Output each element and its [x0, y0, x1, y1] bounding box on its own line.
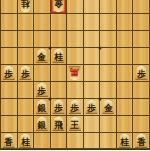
- square-r7c3[interactable]: 銀: [34, 99, 51, 116]
- square-r7c4[interactable]: 歩: [51, 99, 68, 116]
- square-r1c8[interactable]: [117, 0, 134, 14]
- piece-glyph: 香: [137, 136, 146, 148]
- square-r4c1[interactable]: [1, 48, 18, 65]
- square-r2c6[interactable]: [84, 14, 101, 31]
- square-r1c6[interactable]: [84, 0, 101, 14]
- piece-glyph: 銀: [38, 102, 47, 114]
- shogi-piece-sente-pawn[interactable]: 歩: [2, 66, 15, 81]
- square-r7c2[interactable]: [18, 99, 35, 116]
- square-r8c4[interactable]: 飛: [51, 116, 68, 133]
- shogi-piece-sente-lance[interactable]: 香: [135, 134, 148, 149]
- piece-glyph: 歩: [21, 68, 30, 80]
- shogi-piece-sente-pawn[interactable]: 歩: [19, 66, 32, 81]
- square-r8c1[interactable]: [1, 116, 18, 133]
- piece-glyph: 飛: [54, 119, 63, 131]
- hoshi-dot: [49, 47, 52, 50]
- square-r8c8[interactable]: [117, 116, 134, 133]
- square-r8c9[interactable]: [133, 116, 150, 133]
- square-r3c6[interactable]: [84, 31, 101, 48]
- shogi-board: 桂金金桂歩歩馬歩歩銀歩歩歩金銀飛王香桂桂香: [0, 0, 150, 150]
- square-r6c2[interactable]: [18, 82, 35, 99]
- shogi-piece-sente-pawn[interactable]: 歩: [85, 100, 98, 115]
- shogi-piece-sente-knight[interactable]: 桂: [52, 49, 65, 64]
- square-r6c8[interactable]: [117, 82, 134, 99]
- square-r7c6[interactable]: 歩: [84, 99, 101, 116]
- square-r4c4[interactable]: 桂: [51, 48, 68, 65]
- shogi-piece-sente-pawn[interactable]: 歩: [68, 100, 81, 115]
- piece-glyph: 銀: [38, 119, 47, 131]
- shogi-piece-sente-pawn[interactable]: 歩: [135, 66, 148, 81]
- board-bottom-edge: [0, 148, 150, 151]
- square-r2c8[interactable]: [117, 14, 134, 31]
- piece-glyph: 歩: [4, 68, 13, 80]
- piece-glyph: 桂: [21, 0, 30, 10]
- shogi-piece-sente-pawn[interactable]: 歩: [35, 83, 48, 98]
- square-r6c1[interactable]: [1, 82, 18, 99]
- piece-glyph: 金: [38, 51, 47, 63]
- shogi-piece-sente-knight[interactable]: 桂: [118, 134, 131, 149]
- piece-glyph: 歩: [137, 68, 146, 80]
- shogi-piece-sente-pawn[interactable]: 歩: [52, 100, 65, 115]
- shogi-piece-sente-knight[interactable]: 桂: [19, 134, 32, 149]
- shogi-piece-sente-gold[interactable]: 金: [102, 100, 115, 115]
- square-r4c9[interactable]: [133, 48, 150, 65]
- square-r4c7[interactable]: [100, 48, 117, 65]
- shogi-piece-sente-silver[interactable]: 銀: [35, 117, 48, 132]
- square-r2c7[interactable]: [100, 14, 117, 31]
- square-r7c5[interactable]: 歩: [67, 99, 84, 116]
- square-r5c5[interactable]: 馬: [67, 65, 84, 82]
- square-r7c9[interactable]: [133, 99, 150, 116]
- square-r3c1[interactable]: [1, 31, 18, 48]
- shogi-piece-gote-knight[interactable]: 桂: [19, 0, 32, 12]
- square-r3c7[interactable]: [100, 31, 117, 48]
- square-r5c1[interactable]: 歩: [1, 65, 18, 82]
- square-r7c8[interactable]: [117, 99, 134, 116]
- square-r1c9[interactable]: [133, 0, 150, 14]
- square-r1c4[interactable]: 金: [51, 0, 68, 14]
- square-r2c1[interactable]: [1, 14, 18, 31]
- square-r2c3[interactable]: [34, 14, 51, 31]
- piece-glyph: 歩: [38, 85, 47, 97]
- piece-glyph: 馬: [71, 66, 80, 78]
- square-r1c7[interactable]: [100, 0, 117, 14]
- piece-glyph: 金: [104, 102, 113, 114]
- square-r5c4[interactable]: [51, 65, 68, 82]
- piece-glyph: 桂: [21, 136, 30, 148]
- square-r4c6[interactable]: [84, 48, 101, 65]
- piece-glyph: 歩: [54, 102, 63, 114]
- hoshi-dot: [99, 47, 102, 50]
- square-r2c2[interactable]: [18, 14, 35, 31]
- square-r3c9[interactable]: [133, 31, 150, 48]
- square-r2c4[interactable]: [51, 14, 68, 31]
- square-r6c5[interactable]: [67, 82, 84, 99]
- square-r6c7[interactable]: [100, 82, 117, 99]
- square-r5c2[interactable]: 歩: [18, 65, 35, 82]
- piece-glyph: 歩: [71, 102, 80, 114]
- square-r4c3[interactable]: 金: [34, 48, 51, 65]
- square-r1c3[interactable]: [34, 0, 51, 14]
- square-r8c7[interactable]: [100, 116, 117, 133]
- square-r4c5[interactable]: [67, 48, 84, 65]
- shogi-piece-gote-promoted-bishop-horse[interactable]: 馬: [68, 66, 81, 81]
- square-r6c4[interactable]: [51, 82, 68, 99]
- piece-glyph: 歩: [87, 102, 96, 114]
- piece-glyph: 金: [54, 0, 63, 10]
- square-r1c2[interactable]: 桂: [18, 0, 35, 14]
- shogi-piece-gote-gold[interactable]: 金: [52, 0, 65, 12]
- square-r3c8[interactable]: [117, 31, 134, 48]
- shogi-piece-sente-rook[interactable]: 飛: [52, 117, 65, 132]
- square-r3c5[interactable]: [67, 31, 84, 48]
- square-r6c6[interactable]: [84, 82, 101, 99]
- square-r6c3[interactable]: 歩: [34, 82, 51, 99]
- square-r5c7[interactable]: [100, 65, 117, 82]
- square-r8c6[interactable]: [84, 116, 101, 133]
- square-r4c8[interactable]: [117, 48, 134, 65]
- square-r3c3[interactable]: [34, 31, 51, 48]
- piece-glyph: 香: [4, 136, 13, 148]
- square-r2c9[interactable]: [133, 14, 150, 31]
- hoshi-dot: [99, 98, 102, 101]
- piece-glyph: 桂: [54, 51, 63, 63]
- shogi-piece-sente-gold[interactable]: 金: [35, 49, 48, 64]
- square-r3c4[interactable]: [51, 31, 68, 48]
- shogi-piece-sente-silver[interactable]: 銀: [35, 100, 48, 115]
- square-r5c3[interactable]: [34, 65, 51, 82]
- piece-glyph: 王: [71, 119, 80, 131]
- square-r3c2[interactable]: [18, 31, 35, 48]
- shogi-piece-sente-lance[interactable]: 香: [2, 134, 15, 149]
- square-r5c9[interactable]: 歩: [133, 65, 150, 82]
- square-r5c6[interactable]: [84, 65, 101, 82]
- hoshi-dot: [49, 98, 52, 101]
- square-r8c2[interactable]: [18, 116, 35, 133]
- square-r8c5[interactable]: 王: [67, 116, 84, 133]
- shogi-board-grid: 桂金金桂歩歩馬歩歩銀歩歩歩金銀飛王香桂桂香: [0, 0, 150, 150]
- square-r4c2[interactable]: [18, 48, 35, 65]
- square-r1c5[interactable]: [67, 0, 84, 14]
- square-r7c7[interactable]: 金: [100, 99, 117, 116]
- square-r6c9[interactable]: [133, 82, 150, 99]
- square-r5c8[interactable]: [117, 65, 134, 82]
- square-r2c5[interactable]: [67, 14, 84, 31]
- square-r8c3[interactable]: 銀: [34, 116, 51, 133]
- piece-glyph: 桂: [120, 136, 129, 148]
- shogi-piece-sente-king[interactable]: 王: [68, 117, 81, 132]
- square-r1c1[interactable]: [1, 0, 18, 14]
- square-r7c1[interactable]: [1, 99, 18, 116]
